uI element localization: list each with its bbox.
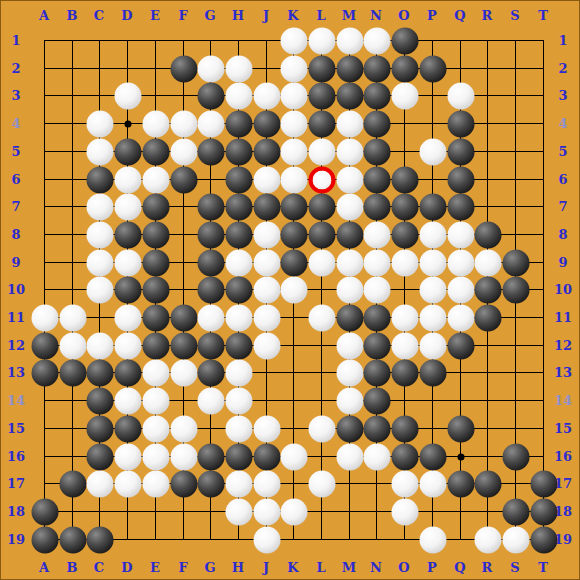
white-stone-K6[interactable] bbox=[280, 166, 307, 193]
row-label-left: 4 bbox=[11, 117, 20, 130]
column-label-top: E bbox=[150, 9, 160, 22]
row-label-left: 8 bbox=[11, 228, 20, 241]
white-stone-Q9[interactable] bbox=[447, 249, 474, 276]
go-board[interactable]: AABBCCDDEEFFGGHHJJKKLLMMNNOOPPQQRRSSTT11… bbox=[0, 0, 580, 580]
white-stone-E15[interactable] bbox=[142, 415, 169, 442]
white-stone-C10[interactable] bbox=[86, 276, 113, 303]
row-label-right: 14 bbox=[554, 394, 572, 407]
black-stone-Q15[interactable] bbox=[447, 415, 474, 442]
white-stone-L9[interactable] bbox=[308, 249, 335, 276]
white-stone-P8[interactable] bbox=[419, 221, 446, 248]
black-stone-M3[interactable] bbox=[336, 82, 363, 109]
white-stone-J8[interactable] bbox=[253, 221, 280, 248]
black-stone-N3[interactable] bbox=[363, 82, 390, 109]
column-label-top: R bbox=[482, 9, 493, 22]
black-stone-G7[interactable] bbox=[197, 193, 224, 220]
black-stone-R17[interactable] bbox=[474, 470, 501, 497]
black-stone-G9[interactable] bbox=[197, 249, 224, 276]
column-label-top: P bbox=[427, 9, 437, 22]
column-label-top: C bbox=[94, 9, 104, 22]
white-stone-J11[interactable] bbox=[253, 304, 280, 331]
white-stone-N16[interactable] bbox=[363, 443, 390, 470]
black-stone-H10[interactable] bbox=[225, 276, 252, 303]
column-label-bottom: T bbox=[538, 561, 548, 574]
black-stone-O1[interactable] bbox=[391, 27, 418, 54]
white-stone-N9[interactable] bbox=[363, 249, 390, 276]
white-stone-L17[interactable] bbox=[308, 470, 335, 497]
column-label-bottom: C bbox=[94, 561, 104, 574]
black-stone-E10[interactable] bbox=[142, 276, 169, 303]
white-stone-J10[interactable] bbox=[253, 276, 280, 303]
row-label-left: 10 bbox=[7, 283, 25, 296]
white-stone-Q10[interactable] bbox=[447, 276, 474, 303]
white-stone-C17[interactable] bbox=[86, 470, 113, 497]
black-stone-G12[interactable] bbox=[197, 332, 224, 359]
column-label-bottom: G bbox=[204, 561, 215, 574]
black-stone-C6[interactable] bbox=[86, 166, 113, 193]
row-label-right: 16 bbox=[554, 450, 572, 463]
grid-line-vertical bbox=[44, 40, 45, 540]
row-label-left: 15 bbox=[7, 422, 25, 435]
row-label-right: 11 bbox=[554, 311, 572, 324]
black-stone-S18[interactable] bbox=[502, 498, 529, 525]
column-label-bottom: A bbox=[39, 561, 49, 574]
white-stone-K1[interactable] bbox=[280, 27, 307, 54]
column-label-top: Q bbox=[454, 9, 465, 22]
row-label-left: 3 bbox=[11, 89, 20, 102]
black-stone-E12[interactable] bbox=[142, 332, 169, 359]
white-stone-M1[interactable] bbox=[336, 27, 363, 54]
white-stone-J15[interactable] bbox=[253, 415, 280, 442]
black-stone-Q6[interactable] bbox=[447, 166, 474, 193]
white-stone-P11[interactable] bbox=[419, 304, 446, 331]
column-label-bottom: Q bbox=[454, 561, 465, 574]
star-point bbox=[457, 453, 464, 460]
black-stone-G5[interactable] bbox=[197, 138, 224, 165]
black-stone-N14[interactable] bbox=[363, 387, 390, 414]
black-stone-G3[interactable] bbox=[197, 82, 224, 109]
row-label-right: 3 bbox=[558, 89, 567, 102]
white-stone-C5[interactable] bbox=[86, 138, 113, 165]
column-label-bottom: E bbox=[150, 561, 160, 574]
white-stone-O12[interactable] bbox=[391, 332, 418, 359]
white-stone-E4[interactable] bbox=[142, 110, 169, 137]
row-label-right: 2 bbox=[558, 62, 567, 75]
black-stone-N5[interactable] bbox=[363, 138, 390, 165]
column-label-top: H bbox=[232, 9, 244, 22]
white-stone-O3[interactable] bbox=[391, 82, 418, 109]
row-label-left: 7 bbox=[11, 200, 20, 213]
white-stone-R9[interactable] bbox=[474, 249, 501, 276]
white-stone-C7[interactable] bbox=[86, 193, 113, 220]
star-point bbox=[124, 120, 131, 127]
column-label-top: D bbox=[121, 9, 132, 22]
black-stone-H4[interactable] bbox=[225, 110, 252, 137]
column-label-top: J bbox=[263, 9, 269, 22]
white-stone-K2[interactable] bbox=[280, 55, 307, 82]
row-label-right: 13 bbox=[554, 366, 572, 379]
white-stone-N1[interactable] bbox=[363, 27, 390, 54]
black-stone-H7[interactable] bbox=[225, 193, 252, 220]
black-stone-E8[interactable] bbox=[142, 221, 169, 248]
white-stone-F13[interactable] bbox=[170, 359, 197, 386]
black-stone-M15[interactable] bbox=[336, 415, 363, 442]
black-stone-A18[interactable] bbox=[31, 498, 58, 525]
black-stone-N13[interactable] bbox=[363, 359, 390, 386]
white-stone-P12[interactable] bbox=[419, 332, 446, 359]
grid-line-vertical bbox=[72, 40, 73, 540]
row-label-left: 6 bbox=[11, 173, 20, 186]
column-label-top: G bbox=[204, 9, 215, 22]
white-stone-P19[interactable] bbox=[419, 526, 446, 553]
black-stone-M8[interactable] bbox=[336, 221, 363, 248]
white-stone-S19[interactable] bbox=[502, 526, 529, 553]
black-stone-G16[interactable] bbox=[197, 443, 224, 470]
column-label-bottom: L bbox=[316, 561, 325, 574]
black-stone-K7[interactable] bbox=[280, 193, 307, 220]
black-stone-Q7[interactable] bbox=[447, 193, 474, 220]
white-stone-L15[interactable] bbox=[308, 415, 335, 442]
white-stone-H9[interactable] bbox=[225, 249, 252, 276]
row-label-left: 1 bbox=[11, 34, 20, 47]
white-stone-N8[interactable] bbox=[363, 221, 390, 248]
white-stone-F16[interactable] bbox=[170, 443, 197, 470]
black-stone-Q17[interactable] bbox=[447, 470, 474, 497]
white-stone-D11[interactable] bbox=[114, 304, 141, 331]
white-stone-H11[interactable] bbox=[225, 304, 252, 331]
white-stone-L5[interactable] bbox=[308, 138, 335, 165]
white-stone-C4[interactable] bbox=[86, 110, 113, 137]
row-label-right: 12 bbox=[554, 339, 572, 352]
column-label-bottom: R bbox=[482, 561, 493, 574]
column-label-bottom: N bbox=[370, 561, 382, 574]
grid-line-vertical bbox=[543, 40, 544, 540]
white-stone-D3[interactable] bbox=[114, 82, 141, 109]
white-stone-O9[interactable] bbox=[391, 249, 418, 276]
white-stone-G4[interactable] bbox=[197, 110, 224, 137]
column-label-top: T bbox=[538, 9, 548, 22]
row-label-left: 12 bbox=[7, 339, 25, 352]
white-stone-K16[interactable] bbox=[280, 443, 307, 470]
black-stone-J7[interactable] bbox=[253, 193, 280, 220]
black-stone-H6[interactable] bbox=[225, 166, 252, 193]
black-stone-R8[interactable] bbox=[474, 221, 501, 248]
white-stone-M16[interactable] bbox=[336, 443, 363, 470]
column-label-bottom: M bbox=[342, 561, 356, 574]
black-stone-H5[interactable] bbox=[225, 138, 252, 165]
row-label-left: 14 bbox=[7, 394, 25, 407]
black-stone-F11[interactable] bbox=[170, 304, 197, 331]
black-stone-N2[interactable] bbox=[363, 55, 390, 82]
black-stone-O13[interactable] bbox=[391, 359, 418, 386]
white-stone-E14[interactable] bbox=[142, 387, 169, 414]
black-stone-O16[interactable] bbox=[391, 443, 418, 470]
black-stone-G17[interactable] bbox=[197, 470, 224, 497]
black-stone-F6[interactable] bbox=[170, 166, 197, 193]
black-stone-H16[interactable] bbox=[225, 443, 252, 470]
black-stone-J4[interactable] bbox=[253, 110, 280, 137]
white-stone-F15[interactable] bbox=[170, 415, 197, 442]
white-stone-D6[interactable] bbox=[114, 166, 141, 193]
white-stone-Q3[interactable] bbox=[447, 82, 474, 109]
row-label-right: 7 bbox=[558, 200, 567, 213]
column-label-bottom: B bbox=[67, 561, 78, 574]
black-stone-C14[interactable] bbox=[86, 387, 113, 414]
row-label-left: 11 bbox=[7, 311, 25, 324]
white-stone-H14[interactable] bbox=[225, 387, 252, 414]
white-stone-D7[interactable] bbox=[114, 193, 141, 220]
black-stone-G13[interactable] bbox=[197, 359, 224, 386]
white-stone-D12[interactable] bbox=[114, 332, 141, 359]
white-stone-M14[interactable] bbox=[336, 387, 363, 414]
white-stone-D9[interactable] bbox=[114, 249, 141, 276]
black-stone-H8[interactable] bbox=[225, 221, 252, 248]
black-stone-P7[interactable] bbox=[419, 193, 446, 220]
black-stone-O7[interactable] bbox=[391, 193, 418, 220]
black-stone-E9[interactable] bbox=[142, 249, 169, 276]
black-stone-D5[interactable] bbox=[114, 138, 141, 165]
row-label-left: 9 bbox=[11, 256, 20, 269]
white-stone-R19[interactable] bbox=[474, 526, 501, 553]
black-stone-C16[interactable] bbox=[86, 443, 113, 470]
white-stone-H3[interactable] bbox=[225, 82, 252, 109]
white-stone-G2[interactable] bbox=[197, 55, 224, 82]
black-stone-R10[interactable] bbox=[474, 276, 501, 303]
black-stone-J5[interactable] bbox=[253, 138, 280, 165]
column-label-top: O bbox=[398, 9, 409, 22]
white-stone-M4[interactable] bbox=[336, 110, 363, 137]
last-move-white-stone-L6-red-circle[interactable] bbox=[308, 166, 335, 193]
black-stone-T19[interactable] bbox=[530, 526, 557, 553]
white-stone-J6[interactable] bbox=[253, 166, 280, 193]
column-label-bottom: S bbox=[510, 561, 519, 574]
white-stone-B11[interactable] bbox=[59, 304, 86, 331]
white-stone-E13[interactable] bbox=[142, 359, 169, 386]
white-stone-H18[interactable] bbox=[225, 498, 252, 525]
white-stone-M10[interactable] bbox=[336, 276, 363, 303]
black-stone-N7[interactable] bbox=[363, 193, 390, 220]
row-label-right: 5 bbox=[558, 145, 567, 158]
black-stone-S9[interactable] bbox=[502, 249, 529, 276]
black-stone-D8[interactable] bbox=[114, 221, 141, 248]
white-stone-O11[interactable] bbox=[391, 304, 418, 331]
black-stone-F17[interactable] bbox=[170, 470, 197, 497]
column-label-top: N bbox=[370, 9, 382, 22]
white-stone-J9[interactable] bbox=[253, 249, 280, 276]
white-stone-K18[interactable] bbox=[280, 498, 307, 525]
white-stone-C9[interactable] bbox=[86, 249, 113, 276]
column-label-top: F bbox=[178, 9, 187, 22]
white-stone-M12[interactable] bbox=[336, 332, 363, 359]
black-stone-N15[interactable] bbox=[363, 415, 390, 442]
black-stone-C15[interactable] bbox=[86, 415, 113, 442]
column-label-bottom: H bbox=[232, 561, 244, 574]
black-stone-F12[interactable] bbox=[170, 332, 197, 359]
black-stone-N11[interactable] bbox=[363, 304, 390, 331]
black-stone-S16[interactable] bbox=[502, 443, 529, 470]
white-stone-D14[interactable] bbox=[114, 387, 141, 414]
column-label-top: B bbox=[67, 9, 78, 22]
black-stone-O2[interactable] bbox=[391, 55, 418, 82]
white-stone-L1[interactable] bbox=[308, 27, 335, 54]
black-stone-D15[interactable] bbox=[114, 415, 141, 442]
white-stone-P9[interactable] bbox=[419, 249, 446, 276]
black-stone-D10[interactable] bbox=[114, 276, 141, 303]
white-stone-H2[interactable] bbox=[225, 55, 252, 82]
white-stone-N10[interactable] bbox=[363, 276, 390, 303]
black-stone-J16[interactable] bbox=[253, 443, 280, 470]
black-stone-O15[interactable] bbox=[391, 415, 418, 442]
white-stone-O17[interactable] bbox=[391, 470, 418, 497]
black-stone-S10[interactable] bbox=[502, 276, 529, 303]
black-stone-Q5[interactable] bbox=[447, 138, 474, 165]
white-stone-E16[interactable] bbox=[142, 443, 169, 470]
white-stone-D16[interactable] bbox=[114, 443, 141, 470]
white-stone-J17[interactable] bbox=[253, 470, 280, 497]
row-label-left: 5 bbox=[11, 145, 20, 158]
black-stone-P16[interactable] bbox=[419, 443, 446, 470]
white-stone-K5[interactable] bbox=[280, 138, 307, 165]
column-label-bottom: F bbox=[178, 561, 187, 574]
black-stone-O6[interactable] bbox=[391, 166, 418, 193]
white-stone-P10[interactable] bbox=[419, 276, 446, 303]
black-stone-H12[interactable] bbox=[225, 332, 252, 359]
black-stone-E11[interactable] bbox=[142, 304, 169, 331]
white-stone-O18[interactable] bbox=[391, 498, 418, 525]
white-stone-F4[interactable] bbox=[170, 110, 197, 137]
black-stone-L3[interactable] bbox=[308, 82, 335, 109]
black-stone-P13[interactable] bbox=[419, 359, 446, 386]
black-stone-N12[interactable] bbox=[363, 332, 390, 359]
black-stone-T18[interactable] bbox=[530, 498, 557, 525]
black-stone-C13[interactable] bbox=[86, 359, 113, 386]
black-stone-F2[interactable] bbox=[170, 55, 197, 82]
column-label-bottom: J bbox=[263, 561, 269, 574]
white-stone-P5[interactable] bbox=[419, 138, 446, 165]
row-label-left: 19 bbox=[7, 533, 25, 546]
row-label-right: 10 bbox=[554, 283, 572, 296]
grid-line-horizontal bbox=[44, 539, 544, 540]
black-stone-E7[interactable] bbox=[142, 193, 169, 220]
black-stone-M2[interactable] bbox=[336, 55, 363, 82]
row-label-left: 2 bbox=[11, 62, 20, 75]
black-stone-Q4[interactable] bbox=[447, 110, 474, 137]
black-stone-L8[interactable] bbox=[308, 221, 335, 248]
white-stone-E17[interactable] bbox=[142, 470, 169, 497]
row-label-left: 16 bbox=[7, 450, 25, 463]
column-label-bottom: K bbox=[287, 561, 298, 574]
column-label-top: L bbox=[316, 9, 325, 22]
white-stone-Q11[interactable] bbox=[447, 304, 474, 331]
white-stone-F5[interactable] bbox=[170, 138, 197, 165]
black-stone-G8[interactable] bbox=[197, 221, 224, 248]
black-stone-T17[interactable] bbox=[530, 470, 557, 497]
white-stone-C12[interactable] bbox=[86, 332, 113, 359]
black-stone-K8[interactable] bbox=[280, 221, 307, 248]
row-label-right: 6 bbox=[558, 173, 567, 186]
white-stone-J3[interactable] bbox=[253, 82, 280, 109]
white-stone-H13[interactable] bbox=[225, 359, 252, 386]
black-stone-K9[interactable] bbox=[280, 249, 307, 276]
row-label-right: 8 bbox=[558, 228, 567, 241]
black-stone-P2[interactable] bbox=[419, 55, 446, 82]
black-stone-G10[interactable] bbox=[197, 276, 224, 303]
column-label-bottom: D bbox=[121, 561, 132, 574]
white-stone-K3[interactable] bbox=[280, 82, 307, 109]
black-stone-A12[interactable] bbox=[31, 332, 58, 359]
black-stone-B19[interactable] bbox=[59, 526, 86, 553]
black-stone-N6[interactable] bbox=[363, 166, 390, 193]
row-label-left: 17 bbox=[7, 477, 25, 490]
black-stone-D13[interactable] bbox=[114, 359, 141, 386]
black-stone-M11[interactable] bbox=[336, 304, 363, 331]
white-stone-M7[interactable] bbox=[336, 193, 363, 220]
row-label-right: 4 bbox=[558, 117, 567, 130]
white-stone-J18[interactable] bbox=[253, 498, 280, 525]
black-stone-N4[interactable] bbox=[363, 110, 390, 137]
white-stone-J19[interactable] bbox=[253, 526, 280, 553]
column-label-top: M bbox=[342, 9, 356, 22]
black-stone-O8[interactable] bbox=[391, 221, 418, 248]
column-label-top: K bbox=[287, 9, 298, 22]
white-stone-M13[interactable] bbox=[336, 359, 363, 386]
white-stone-B12[interactable] bbox=[59, 332, 86, 359]
column-label-bottom: P bbox=[427, 561, 437, 574]
white-stone-L11[interactable] bbox=[308, 304, 335, 331]
white-stone-A11[interactable] bbox=[31, 304, 58, 331]
white-stone-K10[interactable] bbox=[280, 276, 307, 303]
column-label-bottom: O bbox=[398, 561, 409, 574]
white-stone-P17[interactable] bbox=[419, 470, 446, 497]
white-stone-H15[interactable] bbox=[225, 415, 252, 442]
black-stone-A19[interactable] bbox=[31, 526, 58, 553]
row-label-right: 15 bbox=[554, 422, 572, 435]
black-stone-B13[interactable] bbox=[59, 359, 86, 386]
white-stone-J12[interactable] bbox=[253, 332, 280, 359]
column-label-top: A bbox=[39, 9, 49, 22]
white-stone-K4[interactable] bbox=[280, 110, 307, 137]
white-stone-Q8[interactable] bbox=[447, 221, 474, 248]
row-label-right: 1 bbox=[558, 34, 567, 47]
row-label-left: 13 bbox=[7, 366, 25, 379]
black-stone-Q12[interactable] bbox=[447, 332, 474, 359]
column-label-top: S bbox=[510, 9, 519, 22]
black-stone-C19[interactable] bbox=[86, 526, 113, 553]
white-stone-C8[interactable] bbox=[86, 221, 113, 248]
white-stone-G11[interactable] bbox=[197, 304, 224, 331]
black-stone-R11[interactable] bbox=[474, 304, 501, 331]
white-stone-H17[interactable] bbox=[225, 470, 252, 497]
row-label-left: 18 bbox=[7, 505, 25, 518]
black-stone-L2[interactable] bbox=[308, 55, 335, 82]
black-stone-E5[interactable] bbox=[142, 138, 169, 165]
white-stone-E6[interactable] bbox=[142, 166, 169, 193]
white-stone-M5[interactable] bbox=[336, 138, 363, 165]
white-stone-D17[interactable] bbox=[114, 470, 141, 497]
white-stone-M9[interactable] bbox=[336, 249, 363, 276]
black-stone-A13[interactable] bbox=[31, 359, 58, 386]
black-stone-L7[interactable] bbox=[308, 193, 335, 220]
row-label-right: 9 bbox=[558, 256, 567, 269]
white-stone-M6[interactable] bbox=[336, 166, 363, 193]
white-stone-G14[interactable] bbox=[197, 387, 224, 414]
black-stone-B17[interactable] bbox=[59, 470, 86, 497]
black-stone-L4[interactable] bbox=[308, 110, 335, 137]
